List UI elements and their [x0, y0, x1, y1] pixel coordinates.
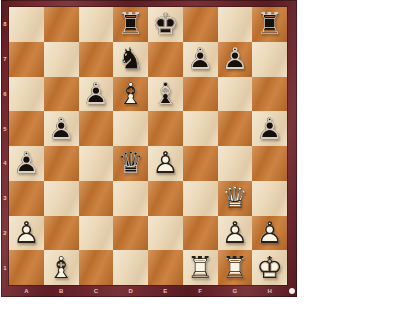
square-c4[interactable]: [79, 146, 114, 181]
square-d2[interactable]: [113, 216, 148, 251]
square-h7[interactable]: [252, 42, 287, 77]
square-d4[interactable]: ♛♕: [113, 146, 148, 181]
square-a7[interactable]: [9, 42, 44, 77]
piece-white-pawn-e4[interactable]: ♟♙: [148, 146, 183, 181]
square-f6[interactable]: [183, 77, 218, 112]
file-label-e: E: [148, 285, 183, 297]
piece-white-bishop-d6[interactable]: ♝♗: [113, 77, 148, 112]
square-h2[interactable]: ♟♙: [252, 216, 287, 251]
queen-outline-icon: ♕: [218, 181, 253, 216]
pawn-icon: ♟: [44, 111, 79, 146]
square-g1[interactable]: ♜♖: [218, 250, 253, 285]
square-c5[interactable]: [79, 111, 114, 146]
square-d1[interactable]: [113, 250, 148, 285]
square-e3[interactable]: [148, 181, 183, 216]
page-background: { "game": "chess", "position": { "fen": …: [0, 0, 414, 311]
square-e1[interactable]: [148, 250, 183, 285]
pawn-icon: ♟: [218, 216, 253, 251]
piece-black-bishop-e6[interactable]: ♝♗: [148, 77, 183, 112]
file-label-a: A: [9, 285, 44, 297]
square-b3[interactable]: [44, 181, 79, 216]
square-h4[interactable]: [252, 146, 287, 181]
square-a4[interactable]: ♟♙: [9, 146, 44, 181]
square-f8[interactable]: [183, 7, 218, 42]
piece-black-pawn-a4[interactable]: ♟♙: [9, 146, 44, 181]
square-a8[interactable]: [9, 7, 44, 42]
knight-outline-icon: ♘: [113, 42, 148, 77]
piece-white-pawn-g2[interactable]: ♟♙: [218, 216, 253, 251]
pawn-icon: ♟: [252, 216, 287, 251]
square-a2[interactable]: ♟♙: [9, 216, 44, 251]
pawn-outline-icon: ♙: [79, 77, 114, 112]
rank-label-1: 1: [1, 250, 9, 285]
rank-label-7: 7: [1, 42, 9, 77]
file-label-f: F: [183, 285, 218, 297]
square-d8[interactable]: ♜♖: [113, 7, 148, 42]
piece-black-knight-d7[interactable]: ♞♘: [113, 42, 148, 77]
piece-black-queen-d4[interactable]: ♛♕: [113, 146, 148, 181]
bishop-outline-icon: ♗: [148, 77, 183, 112]
queen-icon: ♛: [113, 146, 148, 181]
piece-black-pawn-c6[interactable]: ♟♙: [79, 77, 114, 112]
bishop-icon: ♝: [113, 77, 148, 112]
square-b7[interactable]: [44, 42, 79, 77]
king-outline-icon: ♔: [148, 7, 183, 42]
king-icon: ♚: [252, 250, 287, 285]
square-e2[interactable]: [148, 216, 183, 251]
square-d3[interactable]: [113, 181, 148, 216]
piece-white-king-h1[interactable]: ♚♔: [252, 250, 287, 285]
rook-icon: ♜: [252, 7, 287, 42]
piece-black-pawn-h5[interactable]: ♟♙: [252, 111, 287, 146]
square-a5[interactable]: [9, 111, 44, 146]
piece-white-pawn-a2[interactable]: ♟♙: [9, 216, 44, 251]
square-h5[interactable]: ♟♙: [252, 111, 287, 146]
piece-white-rook-g1[interactable]: ♜♖: [218, 250, 253, 285]
pawn-icon: ♟: [148, 146, 183, 181]
file-label-b: B: [44, 285, 79, 297]
pawn-icon: ♟: [9, 216, 44, 251]
rook-outline-icon: ♖: [113, 7, 148, 42]
square-e8[interactable]: ♚♔: [148, 7, 183, 42]
square-f5[interactable]: [183, 111, 218, 146]
rank-label-3: 3: [1, 181, 9, 216]
pawn-outline-icon: ♙: [44, 111, 79, 146]
square-c3[interactable]: [79, 181, 114, 216]
square-c7[interactable]: [79, 42, 114, 77]
pawn-icon: ♟: [252, 111, 287, 146]
square-e4[interactable]: ♟♙: [148, 146, 183, 181]
square-f4[interactable]: [183, 146, 218, 181]
piece-white-rook-f1[interactable]: ♜♖: [183, 250, 218, 285]
piece-black-pawn-g7[interactable]: ♟♙: [218, 42, 253, 77]
square-g3[interactable]: ♛♕: [218, 181, 253, 216]
square-e7[interactable]: [148, 42, 183, 77]
rank-label-8: 8: [1, 7, 9, 42]
square-h8[interactable]: ♜♖: [252, 7, 287, 42]
side-to-move-indicator: [289, 288, 295, 294]
square-d6[interactable]: ♝♗: [113, 77, 148, 112]
square-g5[interactable]: [218, 111, 253, 146]
square-b5[interactable]: ♟♙: [44, 111, 79, 146]
square-b4[interactable]: [44, 146, 79, 181]
square-g2[interactable]: ♟♙: [218, 216, 253, 251]
pawn-icon: ♟: [79, 77, 114, 112]
rook-icon: ♜: [183, 250, 218, 285]
square-e5[interactable]: [148, 111, 183, 146]
file-label-d: D: [113, 285, 148, 297]
king-icon: ♚: [148, 7, 183, 42]
square-g6[interactable]: [218, 77, 253, 112]
knight-icon: ♞: [113, 42, 148, 77]
piece-white-pawn-h2[interactable]: ♟♙: [252, 216, 287, 251]
file-label-c: C: [79, 285, 114, 297]
board-grid: ♜♖♚♔♜♖♞♘♟♙♟♙♟♙♝♗♝♗♟♙♟♙♟♙♛♕♟♙♛♕♟♙♟♙♟♙♝♗♜♖…: [9, 7, 287, 285]
file-label-h: H: [252, 285, 287, 297]
square-h3[interactable]: [252, 181, 287, 216]
pawn-icon: ♟: [218, 42, 253, 77]
rank-labels: 87654321: [1, 7, 9, 285]
rank-label-5: 5: [1, 111, 9, 146]
square-c1[interactable]: [79, 250, 114, 285]
pawn-outline-icon: ♙: [218, 216, 253, 251]
piece-white-queen-g3[interactable]: ♛♕: [218, 181, 253, 216]
rank-label-4: 4: [1, 146, 9, 181]
pawn-icon: ♟: [183, 42, 218, 77]
square-h1[interactable]: ♚♔: [252, 250, 287, 285]
square-c8[interactable]: [79, 7, 114, 42]
piece-black-king-e8[interactable]: ♚♔: [148, 7, 183, 42]
square-b2[interactable]: [44, 216, 79, 251]
pawn-outline-icon: ♙: [252, 111, 287, 146]
rook-icon: ♜: [113, 7, 148, 42]
rank-label-6: 6: [1, 77, 9, 112]
pawn-outline-icon: ♙: [148, 146, 183, 181]
queen-outline-icon: ♕: [113, 146, 148, 181]
piece-black-rook-d8[interactable]: ♜♖: [113, 7, 148, 42]
king-outline-icon: ♔: [252, 250, 287, 285]
pawn-outline-icon: ♙: [252, 216, 287, 251]
square-d5[interactable]: [113, 111, 148, 146]
square-f3[interactable]: [183, 181, 218, 216]
square-c2[interactable]: [79, 216, 114, 251]
square-a1[interactable]: [9, 250, 44, 285]
pawn-outline-icon: ♙: [9, 216, 44, 251]
file-labels: ABCDEFGH: [9, 285, 287, 297]
square-f1[interactable]: ♜♖: [183, 250, 218, 285]
square-g8[interactable]: [218, 7, 253, 42]
square-c6[interactable]: ♟♙: [79, 77, 114, 112]
square-g4[interactable]: [218, 146, 253, 181]
rook-outline-icon: ♖: [183, 250, 218, 285]
pawn-outline-icon: ♙: [218, 42, 253, 77]
bishop-icon: ♝: [148, 77, 183, 112]
piece-black-pawn-f7[interactable]: ♟♙: [183, 42, 218, 77]
rook-icon: ♜: [218, 250, 253, 285]
chess-board: 87654321 ♜♖♚♔♜♖♞♘♟♙♟♙♟♙♝♗♝♗♟♙♟♙♟♙♛♕♟♙♛♕♟…: [1, 0, 297, 297]
rank-label-2: 2: [1, 216, 9, 251]
pawn-icon: ♟: [9, 146, 44, 181]
piece-black-pawn-b5[interactable]: ♟♙: [44, 111, 79, 146]
piece-white-bishop-b1[interactable]: ♝♗: [44, 250, 79, 285]
square-a3[interactable]: [9, 181, 44, 216]
square-d7[interactable]: ♞♘: [113, 42, 148, 77]
square-b1[interactable]: ♝♗: [44, 250, 79, 285]
square-b6[interactable]: [44, 77, 79, 112]
file-label-g: G: [218, 285, 253, 297]
square-e6[interactable]: ♝♗: [148, 77, 183, 112]
queen-icon: ♛: [218, 181, 253, 216]
square-b8[interactable]: [44, 7, 79, 42]
square-h6[interactable]: [252, 77, 287, 112]
bishop-icon: ♝: [44, 250, 79, 285]
square-g7[interactable]: ♟♙: [218, 42, 253, 77]
pawn-outline-icon: ♙: [9, 146, 44, 181]
bishop-outline-icon: ♗: [44, 250, 79, 285]
bishop-outline-icon: ♗: [113, 77, 148, 112]
square-a6[interactable]: [9, 77, 44, 112]
rook-outline-icon: ♖: [218, 250, 253, 285]
pawn-outline-icon: ♙: [183, 42, 218, 77]
square-f2[interactable]: [183, 216, 218, 251]
rook-outline-icon: ♖: [252, 7, 287, 42]
piece-black-rook-h8[interactable]: ♜♖: [252, 7, 287, 42]
square-f7[interactable]: ♟♙: [183, 42, 218, 77]
